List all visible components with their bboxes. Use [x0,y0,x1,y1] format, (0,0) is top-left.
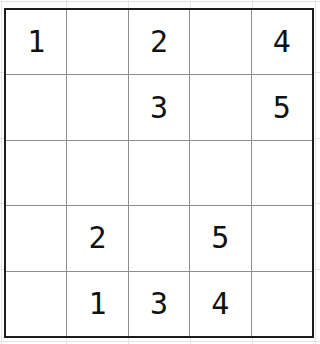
cell-r2c3[interactable]: 3 [129,75,189,139]
cell-r5c5[interactable] [252,272,312,336]
cell-r4c4[interactable]: 5 [190,206,250,270]
cell-digit: 2 [89,223,107,253]
cell-r2c5[interactable]: 5 [252,75,312,139]
cell-digit: 5 [211,223,229,253]
spreadsheet-gridline-vertical [315,0,316,344]
cell-r5c3[interactable]: 3 [129,272,189,336]
spreadsheet-gridline-horizontal [0,1,320,2]
cell-r4c1[interactable] [6,206,66,270]
cell-digit: 1 [89,289,107,319]
cell-r4c2[interactable]: 2 [67,206,127,270]
cell-r4c3[interactable] [129,206,189,270]
cell-r5c2[interactable]: 1 [67,272,127,336]
cell-r3c2[interactable] [67,141,127,205]
cell-r2c2[interactable] [67,75,127,139]
cell-r4c5[interactable] [252,206,312,270]
cell-r3c3[interactable] [129,141,189,205]
cell-r2c4[interactable] [190,75,250,139]
cell-r1c3[interactable]: 2 [129,10,189,74]
cell-r5c1[interactable] [6,272,66,336]
cell-r1c1[interactable]: 1 [6,10,66,74]
cell-r3c1[interactable] [6,141,66,205]
cell-digit: 5 [273,93,291,123]
spreadsheet-gridline-vertical [1,0,2,344]
cell-digit: 2 [150,27,168,57]
cell-digit: 4 [211,289,229,319]
cell-r3c4[interactable] [190,141,250,205]
cell-r2c1[interactable] [6,75,66,139]
puzzle-grid: 1243525134 [4,8,314,338]
cell-r3c5[interactable] [252,141,312,205]
cell-r1c2[interactable] [67,10,127,74]
spreadsheet-gridline-horizontal [0,341,320,342]
puzzle-screenshot: 1243525134 [0,0,320,344]
cell-r1c4[interactable] [190,10,250,74]
cell-r1c5[interactable]: 4 [252,10,312,74]
cell-digit: 4 [273,27,291,57]
cell-r5c4[interactable]: 4 [190,272,250,336]
cell-digit: 3 [150,289,168,319]
cell-digit: 3 [150,93,168,123]
cell-digit: 1 [27,27,45,57]
